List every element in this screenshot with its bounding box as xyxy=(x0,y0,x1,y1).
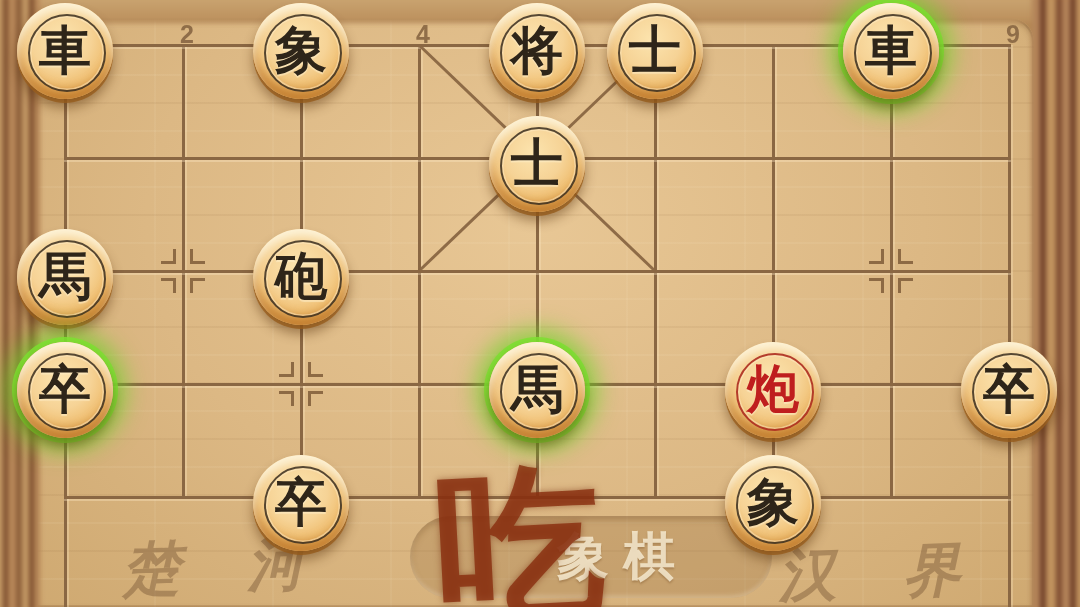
piece-character: 卒 xyxy=(983,364,1035,416)
capture-effect-glyph: 吃 xyxy=(432,458,609,607)
piece-black-horse[interactable]: 馬 xyxy=(489,342,585,438)
piece-character: 炮 xyxy=(747,364,799,416)
piece-red-cannon[interactable]: 炮 xyxy=(725,342,821,438)
piece-character: 砲 xyxy=(275,251,327,303)
piece-character: 馬 xyxy=(39,251,91,303)
point-marker xyxy=(161,249,205,293)
column-label-2: 2 xyxy=(171,20,203,49)
piece-black-advisor[interactable]: 士 xyxy=(489,116,585,212)
piece-black-advisor[interactable]: 士 xyxy=(607,3,703,99)
piece-character: 車 xyxy=(39,25,91,77)
piece-black-chariot[interactable]: 車 xyxy=(843,3,939,99)
piece-black-elephant[interactable]: 象 xyxy=(725,455,821,551)
piece-character: 士 xyxy=(511,138,563,190)
grid-file-line xyxy=(64,45,67,607)
piece-character: 象 xyxy=(747,477,799,529)
piece-black-soldier[interactable]: 卒 xyxy=(17,342,113,438)
column-label-4: 4 xyxy=(407,20,439,49)
piece-character: 卒 xyxy=(39,364,91,416)
piece-black-soldier[interactable]: 卒 xyxy=(961,342,1057,438)
piece-black-cannon[interactable]: 砲 xyxy=(253,229,349,325)
piece-black-general[interactable]: 将 xyxy=(489,3,585,99)
blurred-frame-right xyxy=(1032,0,1080,607)
piece-character: 将 xyxy=(511,25,563,77)
piece-character: 象 xyxy=(275,25,327,77)
piece-black-elephant[interactable]: 象 xyxy=(253,3,349,99)
point-marker xyxy=(869,249,913,293)
piece-black-soldier[interactable]: 卒 xyxy=(253,455,349,551)
column-label-9: 9 xyxy=(997,20,1029,49)
piece-black-horse[interactable]: 馬 xyxy=(17,229,113,325)
river-label-han-jie: 汉 界 xyxy=(777,530,988,607)
piece-character: 卒 xyxy=(275,477,327,529)
piece-character: 車 xyxy=(865,25,917,77)
xiangqi-app-screen: 249 楚 河 汉 界 象棋 吃 車象将士車士馬砲卒馬炮卒卒象 xyxy=(0,0,1080,607)
grid-file-line xyxy=(1008,45,1011,607)
piece-character: 馬 xyxy=(511,364,563,416)
point-marker xyxy=(279,362,323,406)
piece-character: 士 xyxy=(629,25,681,77)
piece-black-chariot[interactable]: 車 xyxy=(17,3,113,99)
